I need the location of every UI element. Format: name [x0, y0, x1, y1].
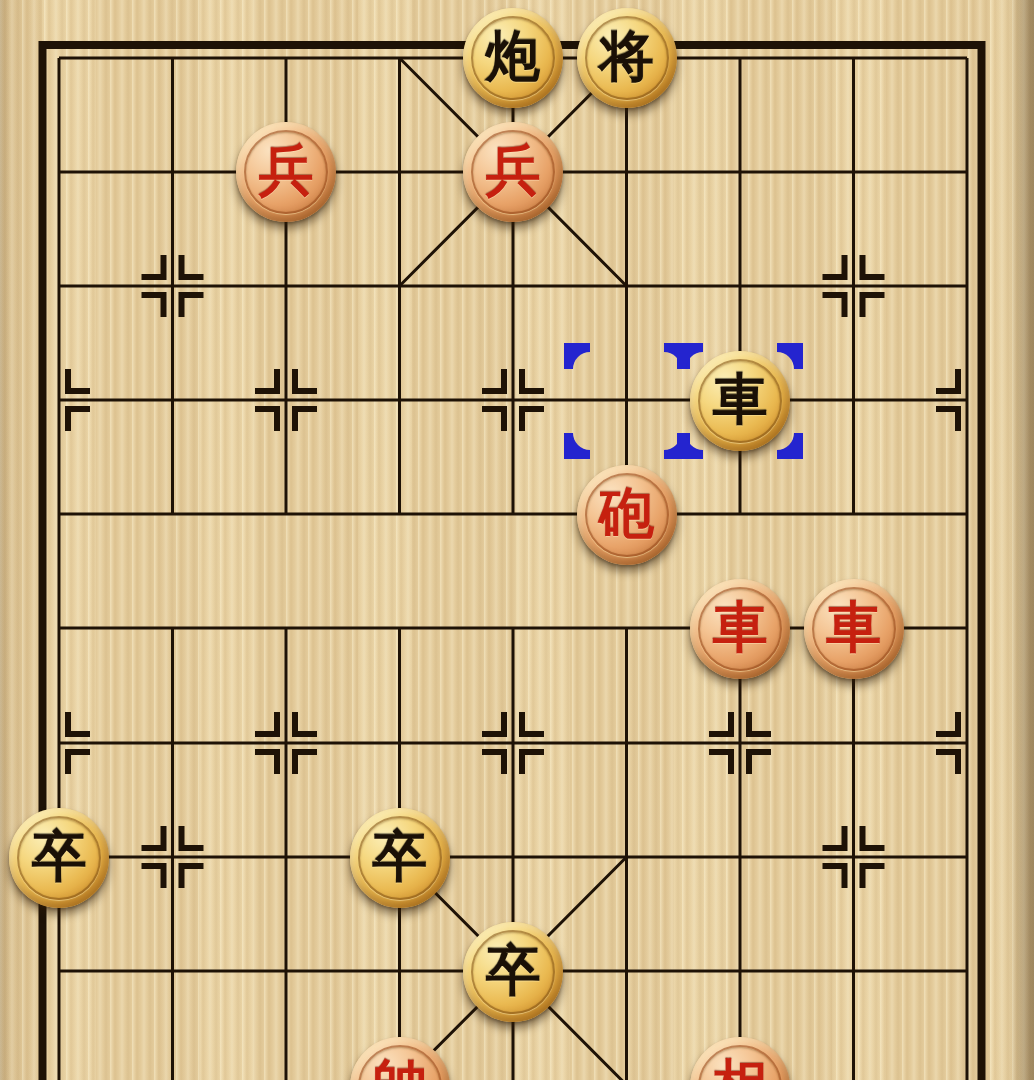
black-general-glyph: 将 — [599, 29, 654, 87]
black-soldier-glyph: 卒 — [486, 943, 541, 1001]
black-soldier-glyph: 卒 — [32, 829, 87, 887]
black-chariot-glyph: 車 — [713, 372, 768, 430]
black-soldier-glyph: 卒 — [372, 829, 427, 887]
red-cannon-glyph: 砲 — [599, 486, 654, 544]
piece-red-chariot-file7-rank6[interactable]: 車 — [690, 579, 790, 679]
piece-red-soldier-file5-rank2[interactable]: 兵 — [463, 122, 563, 222]
pieces-grid: 炮将兵兵車砲車車卒卒卒帥相 — [2, 1, 1024, 1080]
piece-black-cannon-file5-rank1[interactable]: 炮 — [463, 8, 563, 108]
piece-red-chariot-file8-rank6[interactable]: 車 — [804, 579, 904, 679]
piece-black-soldier-file4-rank8[interactable]: 卒 — [350, 808, 450, 908]
piece-black-soldier-file1-rank8[interactable]: 卒 — [9, 808, 109, 908]
xiangqi-board: 炮将兵兵車砲車車卒卒卒帥相 — [0, 0, 1034, 1080]
red-chariot-glyph: 車 — [826, 600, 881, 658]
piece-red-cannon-file6-rank5[interactable]: 砲 — [577, 465, 677, 565]
red-general-glyph: 帥 — [372, 1058, 427, 1080]
red-elephant-glyph: 相 — [713, 1058, 768, 1080]
piece-red-general-file4-rank10[interactable]: 帥 — [350, 1037, 450, 1080]
black-cannon-glyph: 炮 — [486, 29, 541, 87]
piece-black-general-file6-rank1[interactable]: 将 — [577, 8, 677, 108]
piece-black-soldier-file5-rank9[interactable]: 卒 — [463, 922, 563, 1022]
piece-red-soldier-file3-rank2[interactable]: 兵 — [236, 122, 336, 222]
piece-black-chariot-file7-rank4[interactable]: 車 — [690, 351, 790, 451]
red-soldier-glyph: 兵 — [259, 143, 314, 201]
red-soldier-glyph: 兵 — [486, 143, 541, 201]
piece-red-elephant-file7-rank10[interactable]: 相 — [690, 1037, 790, 1080]
red-chariot-glyph: 車 — [713, 600, 768, 658]
